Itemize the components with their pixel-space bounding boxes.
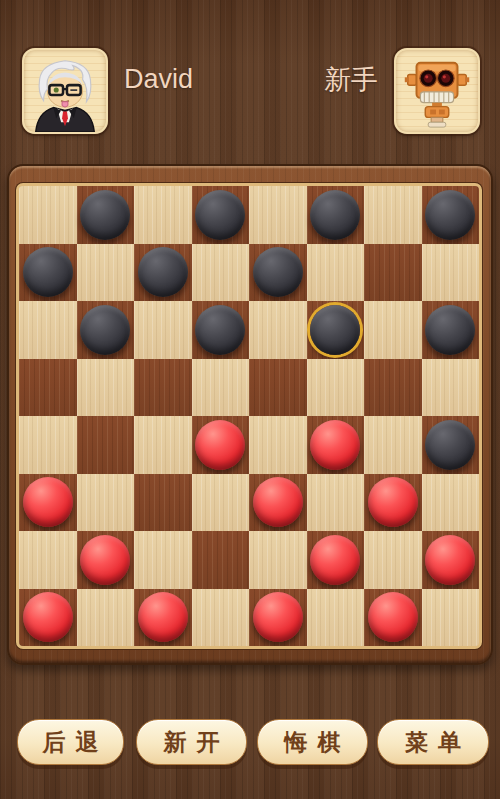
black-piece[interactable] bbox=[425, 305, 475, 355]
board-square[interactable] bbox=[134, 186, 192, 244]
board-square[interactable] bbox=[192, 416, 250, 474]
black-piece[interactable] bbox=[80, 305, 130, 355]
red-piece[interactable] bbox=[368, 592, 418, 642]
red-piece[interactable] bbox=[425, 535, 475, 585]
board-square[interactable] bbox=[364, 359, 422, 417]
board-square[interactable] bbox=[307, 301, 365, 359]
red-piece[interactable] bbox=[253, 477, 303, 527]
board-square[interactable] bbox=[19, 531, 77, 589]
red-piece[interactable] bbox=[310, 535, 360, 585]
board-square[interactable] bbox=[307, 589, 365, 647]
opponent-skill-label: 新手 bbox=[324, 65, 378, 95]
board-square[interactable] bbox=[192, 244, 250, 302]
black-piece[interactable] bbox=[425, 190, 475, 240]
board-square[interactable] bbox=[134, 474, 192, 532]
board-square[interactable] bbox=[307, 416, 365, 474]
red-piece[interactable] bbox=[310, 420, 360, 470]
menu-button[interactable]: 菜单 bbox=[377, 719, 489, 765]
board-square[interactable] bbox=[307, 244, 365, 302]
board-square[interactable] bbox=[77, 416, 135, 474]
board-square[interactable] bbox=[192, 186, 250, 244]
board-square[interactable] bbox=[364, 244, 422, 302]
new-game-button[interactable]: 新开 bbox=[136, 719, 247, 765]
highlighted-black-piece[interactable] bbox=[310, 305, 360, 355]
red-piece[interactable] bbox=[195, 420, 245, 470]
board-square[interactable] bbox=[422, 474, 480, 532]
board-square[interactable] bbox=[134, 416, 192, 474]
board-square[interactable] bbox=[249, 244, 307, 302]
board-square[interactable] bbox=[422, 589, 480, 647]
board-square[interactable] bbox=[192, 301, 250, 359]
player-name: David bbox=[124, 64, 193, 94]
board-square[interactable] bbox=[364, 474, 422, 532]
board-square[interactable] bbox=[192, 359, 250, 417]
board-square[interactable] bbox=[364, 589, 422, 647]
board-square[interactable] bbox=[422, 531, 480, 589]
robot-avatar-image bbox=[396, 50, 478, 132]
checkers-app: David 新手 bbox=[0, 0, 500, 799]
board-square[interactable] bbox=[307, 359, 365, 417]
board-square[interactable] bbox=[134, 244, 192, 302]
board-square[interactable] bbox=[134, 301, 192, 359]
board-square[interactable] bbox=[422, 244, 480, 302]
black-piece[interactable] bbox=[138, 247, 188, 297]
board-square[interactable] bbox=[307, 186, 365, 244]
board-square[interactable] bbox=[422, 416, 480, 474]
checkers-board[interactable] bbox=[16, 183, 482, 649]
board-frame bbox=[7, 164, 493, 665]
board-square[interactable] bbox=[364, 301, 422, 359]
black-piece[interactable] bbox=[310, 190, 360, 240]
board-square[interactable] bbox=[19, 589, 77, 647]
black-piece[interactable] bbox=[23, 247, 73, 297]
board-square[interactable] bbox=[249, 416, 307, 474]
board-square[interactable] bbox=[249, 589, 307, 647]
board-square[interactable] bbox=[77, 531, 135, 589]
board-square[interactable] bbox=[77, 474, 135, 532]
cartoon-man-avatar-image bbox=[24, 50, 106, 132]
board-square[interactable] bbox=[19, 186, 77, 244]
board-square[interactable] bbox=[307, 474, 365, 532]
black-piece[interactable] bbox=[253, 247, 303, 297]
board-square[interactable] bbox=[77, 186, 135, 244]
board-square[interactable] bbox=[249, 474, 307, 532]
board-square[interactable] bbox=[77, 244, 135, 302]
board-square[interactable] bbox=[77, 359, 135, 417]
player-avatar[interactable] bbox=[22, 48, 108, 134]
board-square[interactable] bbox=[134, 359, 192, 417]
board-square[interactable] bbox=[192, 474, 250, 532]
board-square[interactable] bbox=[192, 589, 250, 647]
board-square[interactable] bbox=[134, 531, 192, 589]
board-square[interactable] bbox=[19, 359, 77, 417]
black-piece[interactable] bbox=[195, 190, 245, 240]
board-square[interactable] bbox=[192, 531, 250, 589]
board-square[interactable] bbox=[422, 359, 480, 417]
board-square[interactable] bbox=[364, 416, 422, 474]
opponent-robot-avatar[interactable] bbox=[394, 48, 480, 134]
red-piece[interactable] bbox=[138, 592, 188, 642]
board-square[interactable] bbox=[364, 186, 422, 244]
board-square[interactable] bbox=[307, 531, 365, 589]
board-square[interactable] bbox=[422, 186, 480, 244]
undo-move-button[interactable]: 悔棋 bbox=[257, 719, 368, 765]
board-square[interactable] bbox=[249, 531, 307, 589]
board-square[interactable] bbox=[249, 186, 307, 244]
back-button[interactable]: 后退 bbox=[17, 719, 124, 765]
board-square[interactable] bbox=[422, 301, 480, 359]
black-piece[interactable] bbox=[80, 190, 130, 240]
board-square[interactable] bbox=[19, 474, 77, 532]
board-square[interactable] bbox=[134, 589, 192, 647]
black-piece[interactable] bbox=[195, 305, 245, 355]
red-piece[interactable] bbox=[80, 535, 130, 585]
board-square[interactable] bbox=[249, 301, 307, 359]
black-piece[interactable] bbox=[425, 420, 475, 470]
red-piece[interactable] bbox=[253, 592, 303, 642]
red-piece[interactable] bbox=[23, 592, 73, 642]
red-piece[interactable] bbox=[23, 477, 73, 527]
board-square[interactable] bbox=[77, 301, 135, 359]
red-piece[interactable] bbox=[368, 477, 418, 527]
board-square[interactable] bbox=[19, 301, 77, 359]
board-square[interactable] bbox=[19, 416, 77, 474]
board-square[interactable] bbox=[249, 359, 307, 417]
board-square[interactable] bbox=[19, 244, 77, 302]
board-square[interactable] bbox=[364, 531, 422, 589]
board-square[interactable] bbox=[77, 589, 135, 647]
